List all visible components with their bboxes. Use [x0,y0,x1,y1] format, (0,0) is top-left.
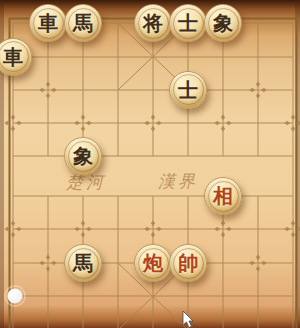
piece-glyph: 車 [38,13,58,33]
piece-black-象[interactable]: 象 [64,137,102,175]
piece-glyph: 士 [178,80,198,100]
piece-black-士[interactable]: 士 [169,4,207,42]
piece-glyph: 帥 [178,253,198,273]
piece-ring: 炮 [138,248,169,279]
piece-glyph: 象 [213,13,233,33]
piece-ring: 車 [33,8,64,39]
piece-black-車[interactable]: 車 [0,38,32,76]
piece-glyph: 相 [213,186,233,206]
piece-glyph: 炮 [143,253,163,273]
piece-black-象[interactable]: 象 [204,4,242,42]
piece-ring: 象 [68,141,99,172]
piece-black-将[interactable]: 将 [134,4,172,42]
piece-glyph: 馬 [73,253,93,273]
pieces-layer: 車馬将士象車士象相馬炮帥 [0,6,300,328]
piece-ring: 馬 [68,248,99,279]
piece-glyph: 馬 [73,13,93,33]
piece-ring: 帥 [173,248,204,279]
piece-red-帥[interactable]: 帥 [169,244,207,282]
piece-red-炮[interactable]: 炮 [134,244,172,282]
piece-glyph: 将 [143,13,163,33]
piece-ring: 車 [0,41,29,72]
piece-glyph: 車 [3,47,23,67]
piece-ring: 相 [208,181,239,212]
mouse-cursor-icon [182,311,198,328]
floating-white-ball[interactable] [0,281,30,311]
piece-ring: 象 [208,8,239,39]
piece-black-馬[interactable]: 馬 [64,4,102,42]
piece-ring: 将 [138,8,169,39]
piece-glyph: 士 [178,13,198,33]
piece-ring: 士 [173,8,204,39]
piece-black-士[interactable]: 士 [169,71,207,109]
piece-ring: 馬 [68,8,99,39]
xiangqi-game-screen: 楚河 漢界 車馬将士象車士象相馬炮帥 [0,0,300,328]
piece-black-車[interactable]: 車 [29,4,67,42]
piece-black-馬[interactable]: 馬 [64,244,102,282]
piece-red-相[interactable]: 相 [204,177,242,215]
piece-ring: 士 [173,74,204,105]
piece-glyph: 象 [73,146,93,166]
